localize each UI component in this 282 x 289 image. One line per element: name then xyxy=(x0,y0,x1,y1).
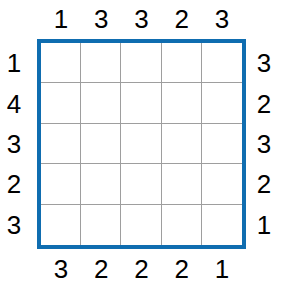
cell-r3c2[interactable] xyxy=(81,124,121,164)
cell-r2c4[interactable] xyxy=(162,83,202,123)
clue-left-5: 3 xyxy=(0,205,28,245)
cell-r1c4[interactable] xyxy=(162,43,202,83)
top-clues: 1 3 3 2 3 xyxy=(41,0,242,38)
cell-r1c5[interactable] xyxy=(202,43,242,83)
cell-r4c2[interactable] xyxy=(81,164,121,204)
cell-r5c2[interactable] xyxy=(81,205,121,245)
cell-r3c5[interactable] xyxy=(202,124,242,164)
cell-r5c1[interactable] xyxy=(41,205,81,245)
cell-r3c3[interactable] xyxy=(121,124,161,164)
clue-bottom-1: 3 xyxy=(41,249,81,288)
cell-r1c3[interactable] xyxy=(121,43,161,83)
clue-bottom-3: 2 xyxy=(121,249,161,288)
cell-r5c3[interactable] xyxy=(121,205,161,245)
clue-right-4: 2 xyxy=(250,164,278,204)
cell-r4c4[interactable] xyxy=(162,164,202,204)
cell-r2c1[interactable] xyxy=(41,83,81,123)
cell-r4c5[interactable] xyxy=(202,164,242,204)
cell-r2c2[interactable] xyxy=(81,83,121,123)
cell-r5c5[interactable] xyxy=(202,205,242,245)
bottom-clues: 3 2 2 2 1 xyxy=(41,249,242,288)
clue-left-1: 1 xyxy=(0,43,28,83)
cell-r5c4[interactable] xyxy=(162,205,202,245)
clue-left-2: 4 xyxy=(0,83,28,123)
clue-top-1: 1 xyxy=(41,0,81,38)
clue-top-4: 2 xyxy=(162,0,202,38)
clue-left-3: 3 xyxy=(0,124,28,164)
clue-right-5: 1 xyxy=(250,205,278,245)
cell-r1c1[interactable] xyxy=(41,43,81,83)
cell-r1c2[interactable] xyxy=(81,43,121,83)
clue-right-2: 2 xyxy=(250,83,278,123)
clue-bottom-5: 1 xyxy=(202,249,242,288)
cell-r3c4[interactable] xyxy=(162,124,202,164)
clue-bottom-4: 2 xyxy=(162,249,202,288)
left-clues: 1 4 3 2 3 xyxy=(0,43,28,245)
clue-top-2: 3 xyxy=(81,0,121,38)
clue-top-3: 3 xyxy=(121,0,161,38)
cell-r2c5[interactable] xyxy=(202,83,242,123)
cell-r4c1[interactable] xyxy=(41,164,81,204)
skyscrapers-puzzle: 1 3 3 2 3 1 4 3 2 3 3 2 3 2 1 3 2 2 2 1 xyxy=(0,0,282,289)
cell-r4c3[interactable] xyxy=(121,164,161,204)
clue-right-1: 3 xyxy=(250,43,278,83)
cell-r2c3[interactable] xyxy=(121,83,161,123)
clue-left-4: 2 xyxy=(0,164,28,204)
cell-r3c1[interactable] xyxy=(41,124,81,164)
clue-right-3: 3 xyxy=(250,124,278,164)
puzzle-board xyxy=(37,39,246,249)
clue-bottom-2: 2 xyxy=(81,249,121,288)
right-clues: 3 2 3 2 1 xyxy=(250,43,278,245)
clue-top-5: 3 xyxy=(202,0,242,38)
